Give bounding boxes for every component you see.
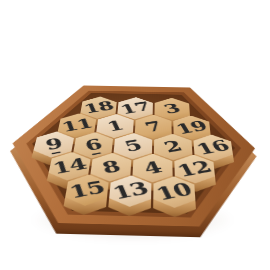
tile-number-label: 1 [105,118,125,133]
tile-13[interactable]: 13 [107,175,151,217]
tile-number-label: 5 [122,138,144,154]
product-photo-scene: 18173111719965216148412151310 [0,0,270,270]
tile-number-label: 6 [83,137,104,153]
tile-number-label: 2 [162,139,185,155]
tile-number-label: 9 [44,136,64,152]
tile-number-label: 7 [143,119,164,134]
tile-grid: 18173111719965216148412151310 [15,92,246,215]
tile-number-label: 3 [162,102,183,116]
tile-number-label: 8 [100,158,122,176]
tile-10[interactable]: 10 [153,176,196,218]
tile-number-label: 13 [111,180,151,203]
tile-15[interactable]: 15 [62,174,109,215]
tile-number-label: 15 [68,179,107,202]
tile-number-label: 10 [154,181,195,204]
tile-number-label: 4 [141,159,164,177]
puzzle-board: 18173111719965216148412151310 [0,85,270,229]
